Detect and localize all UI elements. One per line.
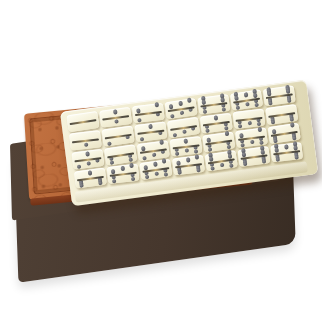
domino-r2c3-1-2[interactable]: [134, 121, 167, 142]
pip: [225, 131, 230, 136]
pip: [154, 171, 159, 176]
pip: [187, 98, 192, 103]
pip: [140, 137, 145, 142]
domino-r4c1-1-6[interactable]: [74, 168, 107, 189]
pip: [243, 92, 248, 97]
pip: [258, 127, 263, 132]
pip: [219, 163, 224, 168]
pip: [208, 147, 213, 152]
domino-r3c1-1-3[interactable]: [71, 149, 104, 170]
domino-r2c4-0-3[interactable]: [167, 117, 200, 138]
domino-r2c2-0-2[interactable]: [102, 126, 135, 147]
pip: [145, 174, 150, 179]
pip: [159, 140, 164, 145]
pip: [227, 144, 232, 149]
pip: [107, 141, 112, 146]
domino-r1c3-2-2[interactable]: [132, 103, 165, 123]
pip: [173, 133, 178, 138]
domino-r3c6-2-5[interactable]: [235, 127, 268, 148]
pip: [175, 151, 180, 156]
domino-r3c4-1-5[interactable]: [170, 136, 203, 156]
pip: [235, 105, 240, 110]
pip: [185, 158, 190, 163]
pip: [155, 102, 160, 107]
pip: [194, 149, 199, 154]
pip: [148, 124, 153, 129]
pip: [110, 160, 115, 165]
pip: [284, 145, 289, 150]
pip: [203, 109, 208, 114]
pip: [162, 159, 167, 164]
pip: [273, 138, 278, 143]
pip: [247, 121, 252, 126]
pip: [196, 168, 201, 173]
pip: [243, 161, 248, 166]
pip: [262, 159, 267, 164]
pip: [83, 142, 88, 147]
pip: [87, 170, 92, 175]
pip: [98, 181, 103, 186]
domino-r4c6-4-6[interactable]: [237, 146, 270, 167]
pip: [205, 128, 210, 133]
pip: [77, 164, 82, 169]
pip: [287, 98, 292, 103]
domino-r2c6-0-5[interactable]: [233, 109, 266, 129]
pip: [254, 102, 259, 107]
pip: [164, 172, 169, 177]
pip: [129, 157, 134, 162]
pip: [294, 155, 299, 160]
pip: [137, 118, 142, 123]
domino-r1c6-5-5[interactable]: [230, 89, 263, 110]
pip: [142, 156, 147, 161]
pip: [179, 110, 184, 115]
pip: [184, 148, 189, 153]
domino-r3c7-2-6[interactable]: [268, 123, 301, 144]
pip: [120, 166, 125, 171]
pip: [170, 114, 175, 119]
pip: [86, 161, 91, 166]
domino-r1c2-1-1[interactable]: [99, 107, 132, 128]
pip: [113, 110, 118, 115]
pip: [151, 152, 156, 157]
pip: [222, 107, 227, 112]
domino-r4c7-5-6[interactable]: [270, 142, 303, 162]
domino-r1c7-6-6[interactable]: [263, 85, 296, 106]
domino-r4c2-3-4[interactable]: [107, 164, 140, 184]
pip: [177, 170, 182, 175]
pip: [290, 117, 295, 122]
pip: [259, 140, 264, 145]
domino-r4c3-3-5[interactable]: [139, 159, 172, 180]
pip: [131, 176, 136, 181]
domino-r4c5-4-5[interactable]: [205, 150, 238, 171]
domino-board: [66, 85, 303, 188]
pip: [224, 126, 229, 131]
pip: [271, 120, 276, 125]
pip: [240, 143, 245, 148]
pip: [238, 124, 243, 129]
pip: [257, 122, 262, 127]
domino-r4c4-3-6[interactable]: [172, 155, 205, 176]
pip: [210, 166, 215, 171]
scene: [0, 0, 322, 322]
pip: [85, 152, 90, 157]
pip: [195, 155, 200, 160]
pip: [245, 102, 250, 107]
domino-r1c4-3-3[interactable]: [165, 98, 198, 119]
pip: [268, 101, 273, 106]
domino-r1c5-4-4[interactable]: [197, 94, 230, 115]
pip: [112, 179, 117, 184]
pip: [213, 116, 218, 121]
pip: [275, 157, 280, 162]
pip: [292, 136, 297, 141]
pip: [79, 183, 84, 188]
pip: [153, 162, 158, 167]
domino-r1c1-0-0[interactable]: [66, 111, 99, 132]
pip: [290, 123, 295, 128]
domino-r2c5-1-4[interactable]: [200, 113, 233, 134]
pip: [114, 119, 119, 124]
domino-r2c1-0-1[interactable]: [69, 130, 102, 150]
domino-r3c3-2-3[interactable]: [137, 140, 170, 161]
pip: [183, 139, 188, 144]
pip: [250, 139, 255, 144]
pip: [229, 163, 234, 168]
pip: [182, 129, 187, 134]
domino-r3c2-0-4[interactable]: [104, 144, 137, 165]
pip: [129, 163, 134, 168]
pip: [178, 101, 183, 106]
